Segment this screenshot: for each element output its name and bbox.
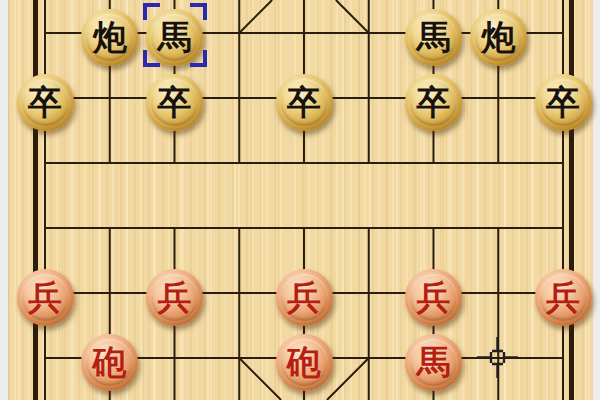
piece-black-horse[interactable]: 馬	[405, 9, 462, 66]
piece-black-horse[interactable]: 馬	[146, 9, 203, 66]
piece-black-soldier[interactable]: 卒	[276, 74, 333, 131]
piece-black-cannon[interactable]: 炮	[470, 9, 527, 66]
piece-character: 兵	[28, 280, 62, 314]
piece-character: 兵	[158, 280, 192, 314]
piece-character: 卒	[158, 85, 192, 119]
piece-black-soldier[interactable]: 卒	[405, 74, 462, 131]
piece-character: 兵	[546, 280, 580, 314]
piece-black-soldier[interactable]: 卒	[535, 74, 592, 131]
piece-character: 兵	[417, 280, 451, 314]
piece-character: 砲	[93, 345, 127, 379]
piece-character: 炮	[93, 20, 127, 54]
piece-character: 卒	[287, 85, 321, 119]
piece-character: 馬	[417, 345, 451, 379]
piece-red-soldier[interactable]: 兵	[405, 269, 462, 326]
piece-character: 炮	[481, 20, 515, 54]
piece-red-horse[interactable]: 馬	[405, 334, 462, 391]
piece-black-soldier[interactable]: 卒	[146, 74, 203, 131]
piece-black-cannon[interactable]: 炮	[81, 9, 138, 66]
piece-red-soldier[interactable]: 兵	[276, 269, 333, 326]
piece-character: 卒	[417, 85, 451, 119]
piece-character: 馬	[417, 20, 451, 54]
piece-character: 馬	[158, 20, 192, 54]
piece-red-soldier[interactable]: 兵	[146, 269, 203, 326]
piece-red-cannon[interactable]: 砲	[81, 334, 138, 391]
piece-character: 砲	[287, 345, 321, 379]
piece-red-soldier[interactable]: 兵	[17, 269, 74, 326]
piece-character: 卒	[28, 85, 62, 119]
piece-red-soldier[interactable]: 兵	[535, 269, 592, 326]
piece-character: 卒	[546, 85, 580, 119]
xiangqi-app-window: 炮馬馬炮卒卒卒卒卒兵兵兵兵兵砲砲馬	[0, 0, 600, 400]
piece-red-cannon[interactable]: 砲	[276, 334, 333, 391]
piece-character: 兵	[287, 280, 321, 314]
piece-black-soldier[interactable]: 卒	[17, 74, 74, 131]
